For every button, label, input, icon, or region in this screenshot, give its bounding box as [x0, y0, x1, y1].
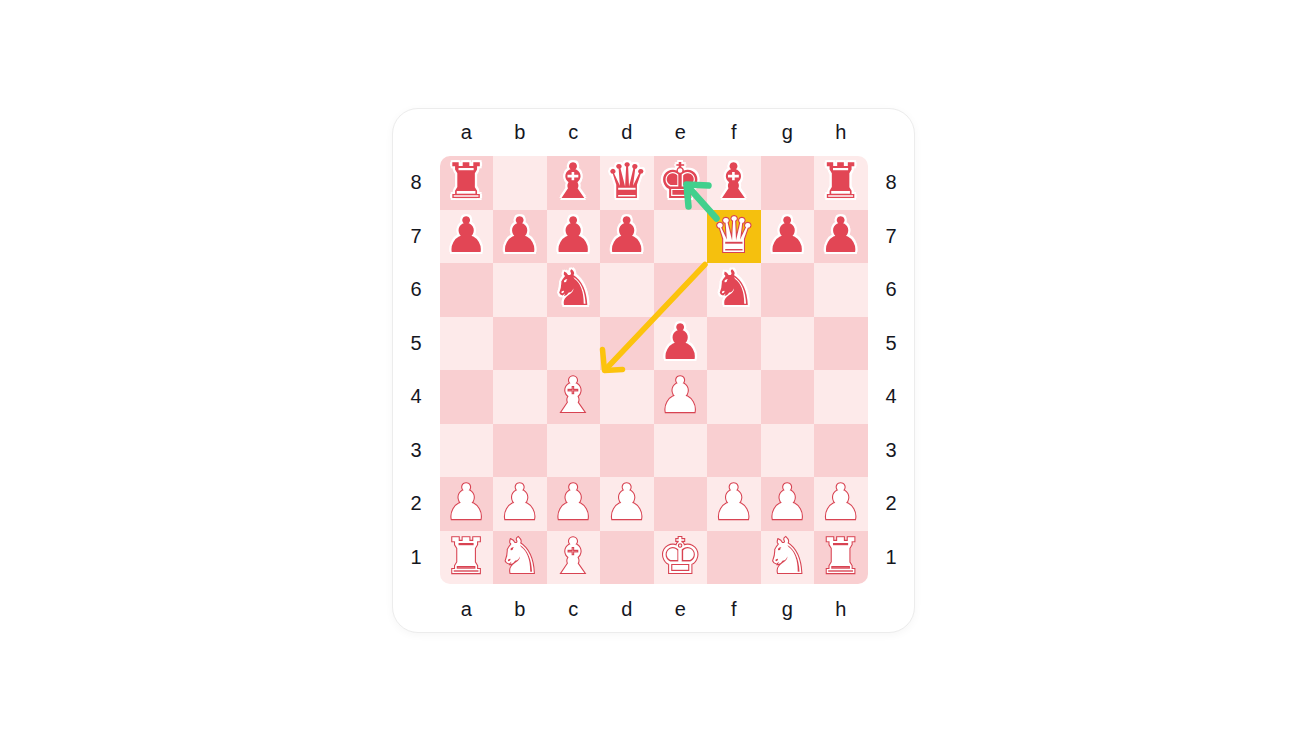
piece-white-pawn[interactable]: ♟ — [498, 478, 542, 527]
square-e4[interactable]: ♟ — [654, 370, 708, 424]
file-labels-bottom: abcdefgh — [440, 584, 868, 634]
square-d7[interactable]: ♟ — [600, 210, 654, 264]
square-g1[interactable]: ♞ — [761, 531, 815, 585]
square-c7[interactable]: ♟ — [547, 210, 601, 264]
square-a6[interactable] — [440, 263, 494, 317]
square-c1[interactable]: ♝ — [547, 531, 601, 585]
piece-white-pawn[interactable]: ♟ — [444, 478, 488, 527]
piece-black-pawn[interactable]: ♟ — [819, 211, 863, 260]
piece-white-queen[interactable]: ♛ — [712, 211, 756, 260]
square-f2[interactable]: ♟ — [707, 477, 761, 531]
file-labels-top: abcdefgh — [440, 109, 868, 156]
square-e5[interactable]: ♟ — [654, 317, 708, 371]
square-g8[interactable] — [761, 156, 815, 210]
piece-black-pawn[interactable]: ♟ — [498, 211, 542, 260]
square-d3[interactable] — [600, 424, 654, 478]
square-g7[interactable]: ♟ — [761, 210, 815, 264]
rank-label: 3 — [868, 424, 915, 478]
piece-black-bishop[interactable]: ♝ — [712, 157, 756, 206]
square-b1[interactable]: ♞ — [493, 531, 547, 585]
file-label: c — [547, 584, 601, 634]
piece-white-knight[interactable]: ♞ — [765, 532, 809, 581]
file-label: a — [440, 109, 494, 156]
square-a1[interactable]: ♜ — [440, 531, 494, 585]
chess-board-card: abcdefgh 87654321 87654321 abcdefgh ♜♝♛♚… — [392, 108, 915, 633]
square-a2[interactable]: ♟ — [440, 477, 494, 531]
rank-label: 4 — [393, 370, 440, 424]
rank-label: 2 — [868, 477, 915, 531]
piece-white-bishop[interactable]: ♝ — [551, 371, 595, 420]
square-a3[interactable] — [440, 424, 494, 478]
rank-label: 1 — [393, 531, 440, 585]
piece-black-knight[interactable]: ♞ — [551, 264, 595, 313]
square-d4[interactable] — [600, 370, 654, 424]
rank-label: 2 — [393, 477, 440, 531]
square-h6[interactable] — [814, 263, 868, 317]
piece-white-knight[interactable]: ♞ — [498, 532, 542, 581]
rank-labels-right: 87654321 — [868, 156, 915, 584]
file-label: a — [440, 584, 494, 634]
file-label: d — [600, 584, 654, 634]
square-c6[interactable]: ♞ — [547, 263, 601, 317]
square-b7[interactable]: ♟ — [493, 210, 547, 264]
rank-label: 4 — [868, 370, 915, 424]
square-a5[interactable] — [440, 317, 494, 371]
piece-white-rook[interactable]: ♜ — [819, 532, 863, 581]
file-label: h — [814, 109, 868, 156]
piece-black-pawn[interactable]: ♟ — [551, 211, 595, 260]
file-label: f — [707, 584, 761, 634]
piece-black-rook[interactable]: ♜ — [819, 157, 863, 206]
square-h4[interactable] — [814, 370, 868, 424]
square-d6[interactable] — [600, 263, 654, 317]
piece-white-pawn[interactable]: ♟ — [765, 478, 809, 527]
file-label: b — [493, 584, 547, 634]
piece-black-knight[interactable]: ♞ — [712, 264, 756, 313]
square-g2[interactable]: ♟ — [761, 477, 815, 531]
square-a8[interactable]: ♜ — [440, 156, 494, 210]
square-d8[interactable]: ♛ — [600, 156, 654, 210]
square-c8[interactable]: ♝ — [547, 156, 601, 210]
square-h5[interactable] — [814, 317, 868, 371]
piece-white-king[interactable]: ♚ — [658, 532, 702, 581]
piece-white-pawn[interactable]: ♟ — [605, 478, 649, 527]
square-g3[interactable] — [761, 424, 815, 478]
square-e3[interactable] — [654, 424, 708, 478]
square-g5[interactable] — [761, 317, 815, 371]
piece-black-pawn[interactable]: ♟ — [605, 211, 649, 260]
square-c5[interactable] — [547, 317, 601, 371]
rank-label: 8 — [393, 156, 440, 210]
rank-label: 1 — [868, 531, 915, 585]
piece-white-rook[interactable]: ♜ — [444, 532, 488, 581]
square-b3[interactable] — [493, 424, 547, 478]
rank-label: 7 — [868, 210, 915, 264]
rank-label: 5 — [868, 317, 915, 371]
piece-black-queen[interactable]: ♛ — [605, 157, 649, 206]
square-f5[interactable] — [707, 317, 761, 371]
file-label: h — [814, 584, 868, 634]
square-e6[interactable] — [654, 263, 708, 317]
piece-black-pawn[interactable]: ♟ — [444, 211, 488, 260]
piece-black-king[interactable]: ♚ — [658, 157, 702, 206]
square-e2[interactable] — [654, 477, 708, 531]
square-d5[interactable] — [600, 317, 654, 371]
piece-black-bishop[interactable]: ♝ — [551, 157, 595, 206]
square-h8[interactable]: ♜ — [814, 156, 868, 210]
square-h2[interactable]: ♟ — [814, 477, 868, 531]
square-b6[interactable] — [493, 263, 547, 317]
file-label: c — [547, 109, 601, 156]
piece-black-rook[interactable]: ♜ — [444, 157, 488, 206]
file-label: e — [654, 109, 708, 156]
square-d2[interactable]: ♟ — [600, 477, 654, 531]
square-h3[interactable] — [814, 424, 868, 478]
square-f6[interactable]: ♞ — [707, 263, 761, 317]
rank-label: 7 — [393, 210, 440, 264]
square-b5[interactable] — [493, 317, 547, 371]
piece-white-bishop[interactable]: ♝ — [551, 532, 595, 581]
square-b4[interactable] — [493, 370, 547, 424]
square-f8[interactable]: ♝ — [707, 156, 761, 210]
file-label: g — [761, 109, 815, 156]
square-c2[interactable]: ♟ — [547, 477, 601, 531]
square-b2[interactable]: ♟ — [493, 477, 547, 531]
square-c3[interactable] — [547, 424, 601, 478]
rank-label: 6 — [868, 263, 915, 317]
rank-label: 3 — [393, 424, 440, 478]
square-a4[interactable] — [440, 370, 494, 424]
square-f7[interactable]: ♛ — [707, 210, 761, 264]
file-label: f — [707, 109, 761, 156]
piece-black-pawn[interactable]: ♟ — [765, 211, 809, 260]
rank-label: 8 — [868, 156, 915, 210]
piece-white-pawn[interactable]: ♟ — [819, 478, 863, 527]
chess-board: ♜♝♛♚♝♜♟♟♟♟♛♟♟♞♞♟♝♟♟♟♟♟♟♟♟♜♞♝♚♞♜ — [440, 156, 868, 584]
square-e8[interactable]: ♚ — [654, 156, 708, 210]
square-h7[interactable]: ♟ — [814, 210, 868, 264]
rank-label: 5 — [393, 317, 440, 371]
piece-white-pawn[interactable]: ♟ — [658, 371, 702, 420]
rank-labels-left: 87654321 — [393, 156, 440, 584]
file-label: g — [761, 584, 815, 634]
square-g4[interactable] — [761, 370, 815, 424]
square-f4[interactable] — [707, 370, 761, 424]
piece-white-pawn[interactable]: ♟ — [551, 478, 595, 527]
square-e1[interactable]: ♚ — [654, 531, 708, 585]
square-b8[interactable] — [493, 156, 547, 210]
file-label: b — [493, 109, 547, 156]
square-f1[interactable] — [707, 531, 761, 585]
square-h1[interactable]: ♜ — [814, 531, 868, 585]
rank-label: 6 — [393, 263, 440, 317]
file-label: d — [600, 109, 654, 156]
square-e7[interactable] — [654, 210, 708, 264]
square-a7[interactable]: ♟ — [440, 210, 494, 264]
square-d1[interactable] — [600, 531, 654, 585]
file-label: e — [654, 584, 708, 634]
piece-white-pawn[interactable]: ♟ — [712, 478, 756, 527]
square-f3[interactable] — [707, 424, 761, 478]
square-g6[interactable] — [761, 263, 815, 317]
square-c4[interactable]: ♝ — [547, 370, 601, 424]
piece-black-pawn[interactable]: ♟ — [658, 318, 702, 367]
